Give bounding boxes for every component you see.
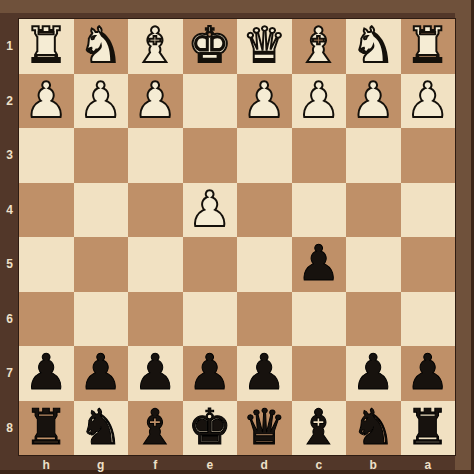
piece-white-pawn: ♟: [242, 74, 286, 128]
square-b5[interactable]: [346, 237, 401, 292]
square-f6[interactable]: [128, 292, 183, 347]
rank-label-6: 6: [0, 292, 19, 347]
piece-black-queen: ♛: [242, 401, 286, 455]
square-c3[interactable]: [292, 128, 347, 183]
piece-white-bishop: ♝: [297, 19, 341, 73]
piece-black-pawn: ♟: [242, 346, 286, 400]
square-g4[interactable]: [74, 183, 129, 238]
square-d1[interactable]: ♛: [237, 19, 292, 74]
piece-white-knight: ♞: [79, 19, 123, 73]
piece-white-pawn: ♟: [297, 74, 341, 128]
square-g5[interactable]: [74, 237, 129, 292]
square-a5[interactable]: [401, 237, 456, 292]
piece-black-pawn: ♟: [297, 237, 341, 291]
piece-white-pawn: ♟: [406, 74, 450, 128]
square-h2[interactable]: ♟: [19, 74, 74, 129]
square-c4[interactable]: [292, 183, 347, 238]
rank-label-1: 1: [0, 19, 19, 74]
piece-black-king: ♚: [188, 401, 232, 455]
square-h1[interactable]: ♜: [19, 19, 74, 74]
square-c2[interactable]: ♟: [292, 74, 347, 129]
piece-black-rook: ♜: [406, 401, 450, 455]
square-d3[interactable]: [237, 128, 292, 183]
square-h4[interactable]: [19, 183, 74, 238]
square-f8[interactable]: ♝: [128, 401, 183, 456]
square-h6[interactable]: [19, 292, 74, 347]
rank-label-7: 7: [0, 346, 19, 401]
piece-black-pawn: ♟: [351, 346, 395, 400]
square-d4[interactable]: [237, 183, 292, 238]
square-e2[interactable]: [183, 74, 238, 129]
piece-white-pawn: ♟: [351, 74, 395, 128]
square-f7[interactable]: ♟: [128, 346, 183, 401]
square-c6[interactable]: [292, 292, 347, 347]
piece-black-knight: ♞: [351, 401, 395, 455]
square-f5[interactable]: [128, 237, 183, 292]
square-b2[interactable]: ♟: [346, 74, 401, 129]
file-label-d: d: [237, 455, 292, 474]
square-g6[interactable]: [74, 292, 129, 347]
square-b7[interactable]: ♟: [346, 346, 401, 401]
square-h5[interactable]: [19, 237, 74, 292]
square-h8[interactable]: ♜: [19, 401, 74, 456]
piece-black-bishop: ♝: [133, 401, 177, 455]
rank-label-3: 3: [0, 128, 19, 183]
square-a7[interactable]: ♟: [401, 346, 456, 401]
piece-black-pawn: ♟: [24, 346, 68, 400]
file-label-b: b: [346, 455, 401, 474]
square-f4[interactable]: [128, 183, 183, 238]
file-label-c: c: [292, 455, 347, 474]
piece-white-knight: ♞: [351, 19, 395, 73]
square-e5[interactable]: [183, 237, 238, 292]
square-b6[interactable]: [346, 292, 401, 347]
square-e4[interactable]: ♟: [183, 183, 238, 238]
piece-black-pawn: ♟: [79, 346, 123, 400]
frame-top-band: [0, 0, 474, 13]
file-label-h: h: [19, 455, 74, 474]
file-label-e: e: [183, 455, 238, 474]
piece-white-rook: ♜: [24, 19, 68, 73]
square-b1[interactable]: ♞: [346, 19, 401, 74]
piece-white-rook: ♜: [406, 19, 450, 73]
square-e7[interactable]: ♟: [183, 346, 238, 401]
square-f3[interactable]: [128, 128, 183, 183]
piece-white-king: ♚: [188, 19, 232, 73]
rank-label-4: 4: [0, 183, 19, 238]
square-h3[interactable]: [19, 128, 74, 183]
square-c1[interactable]: ♝: [292, 19, 347, 74]
file-label-a: a: [401, 455, 456, 474]
square-f2[interactable]: ♟: [128, 74, 183, 129]
square-a6[interactable]: [401, 292, 456, 347]
square-a4[interactable]: [401, 183, 456, 238]
square-g3[interactable]: [74, 128, 129, 183]
square-g7[interactable]: ♟: [74, 346, 129, 401]
square-c8[interactable]: ♝: [292, 401, 347, 456]
square-a2[interactable]: ♟: [401, 74, 456, 129]
square-d2[interactable]: ♟: [237, 74, 292, 129]
piece-black-pawn: ♟: [133, 346, 177, 400]
square-g8[interactable]: ♞: [74, 401, 129, 456]
rank-label-5: 5: [0, 237, 19, 292]
piece-white-pawn: ♟: [188, 183, 232, 237]
square-c5[interactable]: ♟: [292, 237, 347, 292]
square-b8[interactable]: ♞: [346, 401, 401, 456]
square-d7[interactable]: ♟: [237, 346, 292, 401]
rank-labels: 12345678: [0, 19, 19, 455]
rank-label-2: 2: [0, 74, 19, 129]
square-c7[interactable]: [292, 346, 347, 401]
piece-black-rook: ♜: [24, 401, 68, 455]
square-g2[interactable]: ♟: [74, 74, 129, 129]
square-h7[interactable]: ♟: [19, 346, 74, 401]
square-d8[interactable]: ♛: [237, 401, 292, 456]
square-e8[interactable]: ♚: [183, 401, 238, 456]
piece-white-pawn: ♟: [24, 74, 68, 128]
rank-label-8: 8: [0, 401, 19, 456]
square-a3[interactable]: [401, 128, 456, 183]
square-d6[interactable]: [237, 292, 292, 347]
file-label-g: g: [74, 455, 129, 474]
piece-black-knight: ♞: [79, 401, 123, 455]
square-b3[interactable]: [346, 128, 401, 183]
square-f1[interactable]: ♝: [128, 19, 183, 74]
piece-white-queen: ♛: [242, 19, 286, 73]
file-labels: hgfedcba: [19, 455, 455, 474]
file-label-f: f: [128, 455, 183, 474]
square-b4[interactable]: [346, 183, 401, 238]
piece-white-pawn: ♟: [133, 74, 177, 128]
piece-white-bishop: ♝: [133, 19, 177, 73]
piece-black-pawn: ♟: [188, 346, 232, 400]
piece-white-pawn: ♟: [79, 74, 123, 128]
square-a1[interactable]: ♜: [401, 19, 456, 74]
square-e6[interactable]: [183, 292, 238, 347]
piece-black-bishop: ♝: [297, 401, 341, 455]
chess-diagram: 12345678 hgfedcba ♜♞♝♚♛♝♞♜♟♟♟♟♟♟♟♟♟♟♟♟♟♟…: [0, 0, 474, 474]
piece-black-pawn: ♟: [406, 346, 450, 400]
square-e1[interactable]: ♚: [183, 19, 238, 74]
square-a8[interactable]: ♜: [401, 401, 456, 456]
square-g1[interactable]: ♞: [74, 19, 129, 74]
square-d5[interactable]: [237, 237, 292, 292]
chess-board: ♜♞♝♚♛♝♞♜♟♟♟♟♟♟♟♟♟♟♟♟♟♟♟♟♜♞♝♚♛♝♞♜: [19, 19, 455, 455]
square-e3[interactable]: [183, 128, 238, 183]
